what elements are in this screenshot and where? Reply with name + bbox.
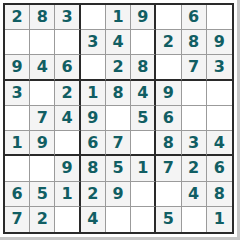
sudoku-cell-r4c5: 8 — [106, 81, 131, 106]
sudoku-cell-r3c1: 9 — [5, 55, 30, 80]
sudoku-cell-r6c1: 1 — [5, 131, 30, 156]
sudoku-cell-r8c7[interactable] — [156, 182, 181, 207]
sudoku-cell-r4c6: 4 — [131, 81, 156, 106]
sudoku-cell-r1c7[interactable] — [156, 5, 181, 30]
sudoku-cell-r5c4: 9 — [81, 106, 106, 131]
sudoku-cell-r2c4: 3 — [81, 30, 106, 55]
sudoku-cell-r3c6: 8 — [131, 55, 156, 80]
sudoku-cell-r1c6: 9 — [131, 5, 156, 30]
sudoku-cell-r7c7: 7 — [156, 156, 181, 181]
sudoku-cell-r6c2: 9 — [30, 131, 55, 156]
sudoku-cell-r3c8: 7 — [182, 55, 207, 80]
sudoku-cell-r3c2: 4 — [30, 55, 55, 80]
sudoku-cell-r8c2: 5 — [30, 182, 55, 207]
sudoku-cell-r6c8: 3 — [182, 131, 207, 156]
sudoku-cell-r5c3: 4 — [55, 106, 80, 131]
sudoku-cell-r1c9[interactable] — [207, 5, 232, 30]
sudoku-cell-r5c1[interactable] — [5, 106, 30, 131]
sudoku-cell-r1c3: 3 — [55, 5, 80, 30]
sudoku-cell-r1c2: 8 — [30, 5, 55, 30]
sudoku-cell-r1c8: 6 — [182, 5, 207, 30]
sudoku-cell-r6c4: 6 — [81, 131, 106, 156]
sudoku-cell-r6c5: 7 — [106, 131, 131, 156]
sudoku-cell-r9c5[interactable] — [106, 207, 131, 232]
sudoku-cell-r5c2: 7 — [30, 106, 55, 131]
sudoku-cell-r4c1: 3 — [5, 81, 30, 106]
sudoku-cell-r8c5: 9 — [106, 182, 131, 207]
sudoku-cell-r4c9[interactable] — [207, 81, 232, 106]
sudoku-cell-r9c4: 4 — [81, 207, 106, 232]
sudoku-cell-r5c5[interactable] — [106, 106, 131, 131]
sudoku-widget: 2831963428994628733218497495619678349851… — [0, 0, 240, 240]
sudoku-cell-r5c7: 6 — [156, 106, 181, 131]
sudoku-cell-r2c7: 2 — [156, 30, 181, 55]
sudoku-cell-r5c9[interactable] — [207, 106, 232, 131]
sudoku-cell-r1c4[interactable] — [81, 5, 106, 30]
sudoku-cell-r5c6: 5 — [131, 106, 156, 131]
sudoku-cell-r1c1: 2 — [5, 5, 30, 30]
sudoku-cell-r4c3: 2 — [55, 81, 80, 106]
sudoku-cell-r7c3: 9 — [55, 156, 80, 181]
sudoku-cell-r7c6: 1 — [131, 156, 156, 181]
sudoku-cell-r4c4: 1 — [81, 81, 106, 106]
sudoku-cell-r4c7: 9 — [156, 81, 181, 106]
sudoku-cell-r6c7: 8 — [156, 131, 181, 156]
sudoku-cell-r7c5: 5 — [106, 156, 131, 181]
sudoku-cell-r6c6[interactable] — [131, 131, 156, 156]
sudoku-cell-r8c1: 6 — [5, 182, 30, 207]
sudoku-cell-r9c1: 7 — [5, 207, 30, 232]
sudoku-cell-r1c5: 1 — [106, 5, 131, 30]
sudoku-cell-r2c3[interactable] — [55, 30, 80, 55]
sudoku-cell-r9c2: 2 — [30, 207, 55, 232]
sudoku-cell-r2c1[interactable] — [5, 30, 30, 55]
sudoku-cell-r2c9: 9 — [207, 30, 232, 55]
sudoku-cell-r6c3[interactable] — [55, 131, 80, 156]
sudoku-cell-r9c6[interactable] — [131, 207, 156, 232]
sudoku-cell-r3c9: 3 — [207, 55, 232, 80]
sudoku-cell-r4c2[interactable] — [30, 81, 55, 106]
sudoku-cell-r5c8[interactable] — [182, 106, 207, 131]
sudoku-cell-r8c6[interactable] — [131, 182, 156, 207]
sudoku-cell-r9c9: 1 — [207, 207, 232, 232]
sudoku-cell-r8c8: 4 — [182, 182, 207, 207]
sudoku-cell-r2c2[interactable] — [30, 30, 55, 55]
sudoku-cell-r3c4[interactable] — [81, 55, 106, 80]
sudoku-cell-r2c6[interactable] — [131, 30, 156, 55]
sudoku-cell-r3c7[interactable] — [156, 55, 181, 80]
sudoku-cell-r9c3[interactable] — [55, 207, 80, 232]
sudoku-cell-r9c8[interactable] — [182, 207, 207, 232]
sudoku-cell-r7c4: 8 — [81, 156, 106, 181]
sudoku-board: 2831963428994628733218497495619678349851… — [3, 3, 234, 234]
sudoku-cell-r3c5: 2 — [106, 55, 131, 80]
sudoku-cell-r4c8[interactable] — [182, 81, 207, 106]
sudoku-cell-r7c9: 6 — [207, 156, 232, 181]
sudoku-cell-r8c9: 8 — [207, 182, 232, 207]
sudoku-cell-r3c3: 6 — [55, 55, 80, 80]
sudoku-cell-r9c7: 5 — [156, 207, 181, 232]
sudoku-cell-r7c1[interactable] — [5, 156, 30, 181]
sudoku-cell-r2c8: 8 — [182, 30, 207, 55]
sudoku-cell-r6c9: 4 — [207, 131, 232, 156]
sudoku-cell-r8c3: 1 — [55, 182, 80, 207]
sudoku-cell-r2c5: 4 — [106, 30, 131, 55]
sudoku-cell-r8c4: 2 — [81, 182, 106, 207]
sudoku-cell-r7c2[interactable] — [30, 156, 55, 181]
sudoku-cell-r7c8: 2 — [182, 156, 207, 181]
